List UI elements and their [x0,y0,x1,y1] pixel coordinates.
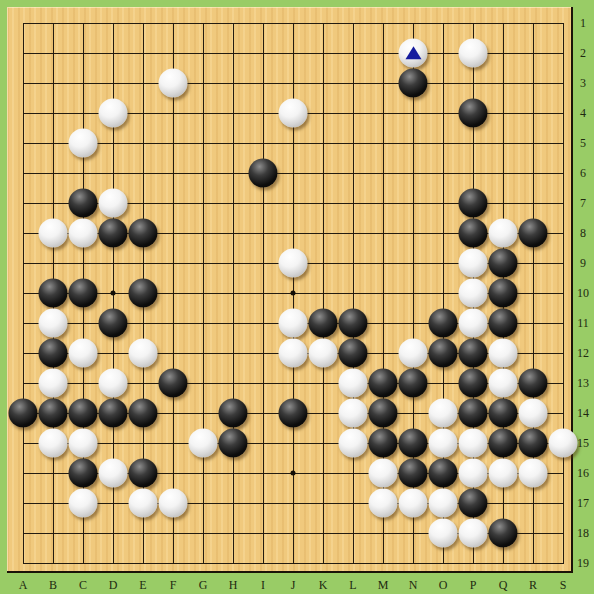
grid-line-vertical-L [353,23,354,564]
row-label-7: 7 [573,195,593,211]
stone-white-R14[interactable] [519,399,548,428]
stone-white-P15[interactable] [459,429,488,458]
column-label-S: S [548,577,578,593]
stone-white-B8[interactable] [39,219,68,248]
column-label-R: R [518,577,548,593]
stone-white-B15[interactable] [39,429,68,458]
row-label-1: 1 [573,15,593,31]
row-label-12: 12 [573,345,593,361]
column-label-P: P [458,577,488,593]
star-point-J16 [291,471,296,476]
row-label-18: 18 [573,525,593,541]
stone-white-P10[interactable] [459,279,488,308]
stone-black-C10[interactable] [69,279,98,308]
stone-black-M15[interactable] [369,429,398,458]
stone-white-O18[interactable] [429,519,458,548]
stone-black-Q9[interactable] [489,249,518,278]
row-label-9: 9 [573,255,593,271]
stone-white-K12[interactable] [309,339,338,368]
stone-black-C16[interactable] [69,459,98,488]
column-label-A: A [8,577,38,593]
stone-black-P12[interactable] [459,339,488,368]
stone-black-M14[interactable] [369,399,398,428]
stone-white-J12[interactable] [279,339,308,368]
stone-white-P9[interactable] [459,249,488,278]
stone-white-F3[interactable] [159,69,188,98]
stone-black-E10[interactable] [129,279,158,308]
stone-white-O15[interactable] [429,429,458,458]
stone-white-Q8[interactable] [489,219,518,248]
stone-white-F17[interactable] [159,489,188,518]
stone-black-Q14[interactable] [489,399,518,428]
stone-white-P11[interactable] [459,309,488,338]
column-label-Q: Q [488,577,518,593]
stone-black-B14[interactable] [39,399,68,428]
star-point-J10 [291,291,296,296]
stone-white-L13[interactable] [339,369,368,398]
stone-black-E14[interactable] [129,399,158,428]
stone-black-N3[interactable] [399,69,428,98]
column-label-M: M [368,577,398,593]
stone-black-P13[interactable] [459,369,488,398]
stone-black-H15[interactable] [219,429,248,458]
stone-white-Q12[interactable] [489,339,518,368]
stone-black-O16[interactable] [429,459,458,488]
stone-white-D4[interactable] [99,99,128,128]
row-label-5: 5 [573,135,593,151]
stone-white-M17[interactable] [369,489,398,518]
column-label-I: I [248,577,278,593]
stone-white-N17[interactable] [399,489,428,518]
stone-black-E16[interactable] [129,459,158,488]
stone-white-C5[interactable] [69,129,98,158]
column-label-E: E [128,577,158,593]
stone-white-D7[interactable] [99,189,128,218]
stone-black-A14[interactable] [9,399,38,428]
row-label-6: 6 [573,165,593,181]
stone-black-E8[interactable] [129,219,158,248]
stone-white-B11[interactable] [39,309,68,338]
stone-black-B10[interactable] [39,279,68,308]
stone-black-P4[interactable] [459,99,488,128]
row-label-8: 8 [573,225,593,241]
stone-black-O12[interactable] [429,339,458,368]
column-label-O: O [428,577,458,593]
stone-black-B12[interactable] [39,339,68,368]
column-label-H: H [218,577,248,593]
stone-black-R13[interactable] [519,369,548,398]
stone-white-R16[interactable] [519,459,548,488]
stone-black-P17[interactable] [459,489,488,518]
grid-line-horizontal-19 [23,563,564,564]
column-label-K: K [308,577,338,593]
stone-black-P8[interactable] [459,219,488,248]
stone-white-O14[interactable] [429,399,458,428]
stone-black-F13[interactable] [159,369,188,398]
stone-black-L12[interactable] [339,339,368,368]
stone-black-O11[interactable] [429,309,458,338]
grid-line-vertical-S [563,23,564,564]
stone-black-D11[interactable] [99,309,128,338]
star-point-D10 [111,291,116,296]
column-label-J: J [278,577,308,593]
row-label-11: 11 [573,315,593,331]
stone-white-Q13[interactable] [489,369,518,398]
stone-white-L14[interactable] [339,399,368,428]
stone-black-I6[interactable] [249,159,278,188]
stone-white-B13[interactable] [39,369,68,398]
row-label-13: 13 [573,375,593,391]
stone-white-P16[interactable] [459,459,488,488]
column-label-N: N [398,577,428,593]
column-label-F: F [158,577,188,593]
row-label-2: 2 [573,45,593,61]
stone-black-Q15[interactable] [489,429,518,458]
row-label-3: 3 [573,75,593,91]
stone-white-J11[interactable] [279,309,308,338]
stone-white-N12[interactable] [399,339,428,368]
go-board[interactable] [7,7,573,573]
stone-white-O17[interactable] [429,489,458,518]
stone-black-N16[interactable] [399,459,428,488]
stone-white-N2[interactable] [399,39,428,68]
stone-black-P7[interactable] [459,189,488,218]
stone-white-P18[interactable] [459,519,488,548]
row-label-19: 19 [573,555,593,571]
row-label-15: 15 [573,435,593,451]
column-label-L: L [338,577,368,593]
stone-white-J9[interactable] [279,249,308,278]
stone-black-N13[interactable] [399,369,428,398]
stone-white-D13[interactable] [99,369,128,398]
column-label-C: C [68,577,98,593]
stone-white-C17[interactable] [69,489,98,518]
stone-white-E17[interactable] [129,489,158,518]
column-label-D: D [98,577,128,593]
stone-white-E12[interactable] [129,339,158,368]
row-label-4: 4 [573,105,593,121]
stone-black-J14[interactable] [279,399,308,428]
stone-black-C14[interactable] [69,399,98,428]
stone-black-Q11[interactable] [489,309,518,338]
stone-white-C15[interactable] [69,429,98,458]
row-label-10: 10 [573,285,593,301]
stone-black-R8[interactable] [519,219,548,248]
stone-white-G15[interactable] [189,429,218,458]
stone-white-C12[interactable] [69,339,98,368]
row-label-17: 17 [573,495,593,511]
row-label-16: 16 [573,465,593,481]
stone-black-Q10[interactable] [489,279,518,308]
stone-black-N15[interactable] [399,429,428,458]
column-label-B: B [38,577,68,593]
last-move-triangle-marker [405,46,421,59]
stone-white-D16[interactable] [99,459,128,488]
column-label-G: G [188,577,218,593]
grid-line-vertical-K [323,23,324,564]
row-label-14: 14 [573,405,593,421]
stone-black-D14[interactable] [99,399,128,428]
stone-white-M16[interactable] [369,459,398,488]
stone-black-D8[interactable] [99,219,128,248]
stone-black-L11[interactable] [339,309,368,338]
go-game-screenshot: ABCDEFGHIJKLMNOPQRS 12345678910111213141… [0,0,594,594]
stone-black-R15[interactable] [519,429,548,458]
stone-white-L15[interactable] [339,429,368,458]
stone-black-Q18[interactable] [489,519,518,548]
stone-white-C8[interactable] [69,219,98,248]
stone-black-K11[interactable] [309,309,338,338]
stone-white-P2[interactable] [459,39,488,68]
stone-white-J4[interactable] [279,99,308,128]
stone-black-H14[interactable] [219,399,248,428]
stone-black-P14[interactable] [459,399,488,428]
stone-black-C7[interactable] [69,189,98,218]
stone-black-M13[interactable] [369,369,398,398]
stone-white-Q16[interactable] [489,459,518,488]
